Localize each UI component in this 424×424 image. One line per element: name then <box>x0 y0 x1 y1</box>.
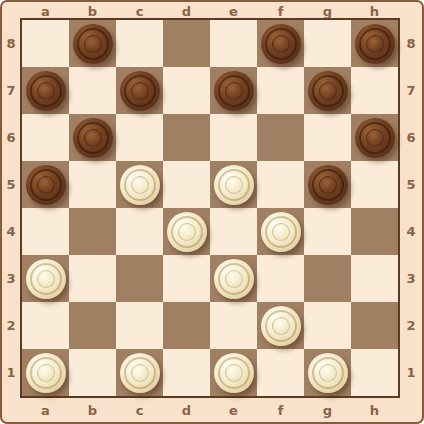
square-f6[interactable] <box>257 114 304 161</box>
square-h6[interactable] <box>351 114 398 161</box>
white-checker-c5[interactable] <box>120 165 160 205</box>
square-d7[interactable] <box>163 67 210 114</box>
dark-checker-g7[interactable] <box>308 71 348 111</box>
square-b8[interactable] <box>69 20 116 67</box>
square-b3[interactable] <box>69 255 116 302</box>
rank-label-3-left: 3 <box>2 255 20 302</box>
white-checker-c1[interactable] <box>120 353 160 393</box>
square-b1[interactable] <box>69 349 116 396</box>
rank-label-7-left: 7 <box>2 67 20 114</box>
square-b5[interactable] <box>69 161 116 208</box>
file-label-a-bottom: a <box>22 404 69 417</box>
square-h4[interactable] <box>351 208 398 255</box>
white-checker-e3[interactable] <box>214 259 254 299</box>
checkers-board <box>20 18 400 398</box>
rank-label-8-left: 8 <box>2 20 20 67</box>
square-h1[interactable] <box>351 349 398 396</box>
square-b6[interactable] <box>69 114 116 161</box>
square-f5[interactable] <box>257 161 304 208</box>
file-label-d-bottom: d <box>163 404 210 417</box>
square-c4[interactable] <box>116 208 163 255</box>
square-a2[interactable] <box>22 302 69 349</box>
square-d6[interactable] <box>163 114 210 161</box>
square-a6[interactable] <box>22 114 69 161</box>
square-d3[interactable] <box>163 255 210 302</box>
square-f1[interactable] <box>257 349 304 396</box>
rank-labels-left: 87654321 <box>2 18 20 398</box>
dark-checker-b8[interactable] <box>73 24 113 64</box>
file-label-f-bottom: f <box>257 404 304 417</box>
square-f2[interactable] <box>257 302 304 349</box>
file-label-f-top: f <box>257 5 304 18</box>
white-checker-a3[interactable] <box>26 259 66 299</box>
file-label-d-top: d <box>163 5 210 18</box>
square-g3[interactable] <box>304 255 351 302</box>
square-f4[interactable] <box>257 208 304 255</box>
square-g1[interactable] <box>304 349 351 396</box>
square-h7[interactable] <box>351 67 398 114</box>
dark-checker-e7[interactable] <box>214 71 254 111</box>
file-label-a-top: a <box>22 5 69 18</box>
file-label-b-bottom: b <box>69 404 116 417</box>
file-label-e-bottom: e <box>210 404 257 417</box>
rank-label-1-left: 1 <box>2 349 20 396</box>
white-checker-e1[interactable] <box>214 353 254 393</box>
square-a8[interactable] <box>22 20 69 67</box>
square-a1[interactable] <box>22 349 69 396</box>
dark-checker-a7[interactable] <box>26 71 66 111</box>
square-c2[interactable] <box>116 302 163 349</box>
square-e7[interactable] <box>210 67 257 114</box>
dark-checker-h6[interactable] <box>355 118 395 158</box>
square-h8[interactable] <box>351 20 398 67</box>
square-c8[interactable] <box>116 20 163 67</box>
dark-checker-h8[interactable] <box>355 24 395 64</box>
square-a4[interactable] <box>22 208 69 255</box>
square-d1[interactable] <box>163 349 210 396</box>
square-g8[interactable] <box>304 20 351 67</box>
square-f7[interactable] <box>257 67 304 114</box>
file-label-b-top: b <box>69 5 116 18</box>
checkers-app-frame: abcdefgh 87654321 87654321 abcdefgh <box>0 0 424 424</box>
square-g7[interactable] <box>304 67 351 114</box>
white-checker-f2[interactable] <box>261 306 301 346</box>
square-a5[interactable] <box>22 161 69 208</box>
rank-label-8-right: 8 <box>400 20 422 67</box>
rank-label-6-right: 6 <box>400 114 422 161</box>
square-b2[interactable] <box>69 302 116 349</box>
square-d8[interactable] <box>163 20 210 67</box>
white-checker-e5[interactable] <box>214 165 254 205</box>
square-h2[interactable] <box>351 302 398 349</box>
dark-checker-f8[interactable] <box>261 24 301 64</box>
file-label-h-top: h <box>351 5 398 18</box>
file-label-h-bottom: h <box>351 404 398 417</box>
dark-checker-g5[interactable] <box>308 165 348 205</box>
square-e8[interactable] <box>210 20 257 67</box>
file-labels-bottom: abcdefgh <box>20 398 400 422</box>
square-e5[interactable] <box>210 161 257 208</box>
square-g6[interactable] <box>304 114 351 161</box>
square-d2[interactable] <box>163 302 210 349</box>
square-e1[interactable] <box>210 349 257 396</box>
square-a3[interactable] <box>22 255 69 302</box>
white-checker-d4[interactable] <box>167 212 207 252</box>
dark-checker-a5[interactable] <box>26 165 66 205</box>
board-layout: abcdefgh 87654321 87654321 abcdefgh <box>2 2 422 422</box>
square-c6[interactable] <box>116 114 163 161</box>
rank-label-1-right: 1 <box>400 349 422 396</box>
white-checker-g1[interactable] <box>308 353 348 393</box>
square-d5[interactable] <box>163 161 210 208</box>
file-label-c-top: c <box>116 5 163 18</box>
file-label-g-top: g <box>304 5 351 18</box>
square-b7[interactable] <box>69 67 116 114</box>
square-g4[interactable] <box>304 208 351 255</box>
rank-label-2-left: 2 <box>2 302 20 349</box>
square-f8[interactable] <box>257 20 304 67</box>
square-e3[interactable] <box>210 255 257 302</box>
square-h3[interactable] <box>351 255 398 302</box>
dark-checker-c7[interactable] <box>120 71 160 111</box>
white-checker-a1[interactable] <box>26 353 66 393</box>
dark-checker-b6[interactable] <box>73 118 113 158</box>
square-e4[interactable] <box>210 208 257 255</box>
square-e6[interactable] <box>210 114 257 161</box>
square-g5[interactable] <box>304 161 351 208</box>
rank-label-2-right: 2 <box>400 302 422 349</box>
square-h5[interactable] <box>351 161 398 208</box>
square-c7[interactable] <box>116 67 163 114</box>
square-c3[interactable] <box>116 255 163 302</box>
square-c5[interactable] <box>116 161 163 208</box>
square-c1[interactable] <box>116 349 163 396</box>
square-e2[interactable] <box>210 302 257 349</box>
file-label-c-bottom: c <box>116 404 163 417</box>
file-label-g-bottom: g <box>304 404 351 417</box>
file-labels-top: abcdefgh <box>20 2 400 18</box>
white-checker-f4[interactable] <box>261 212 301 252</box>
file-label-e-top: e <box>210 5 257 18</box>
square-b4[interactable] <box>69 208 116 255</box>
rank-label-3-right: 3 <box>400 255 422 302</box>
rank-label-7-right: 7 <box>400 67 422 114</box>
square-f3[interactable] <box>257 255 304 302</box>
rank-label-4-left: 4 <box>2 208 20 255</box>
rank-label-4-right: 4 <box>400 208 422 255</box>
square-d4[interactable] <box>163 208 210 255</box>
rank-label-5-right: 5 <box>400 161 422 208</box>
rank-label-6-left: 6 <box>2 114 20 161</box>
rank-labels-right: 87654321 <box>400 18 422 398</box>
rank-label-5-left: 5 <box>2 161 20 208</box>
square-a7[interactable] <box>22 67 69 114</box>
square-g2[interactable] <box>304 302 351 349</box>
